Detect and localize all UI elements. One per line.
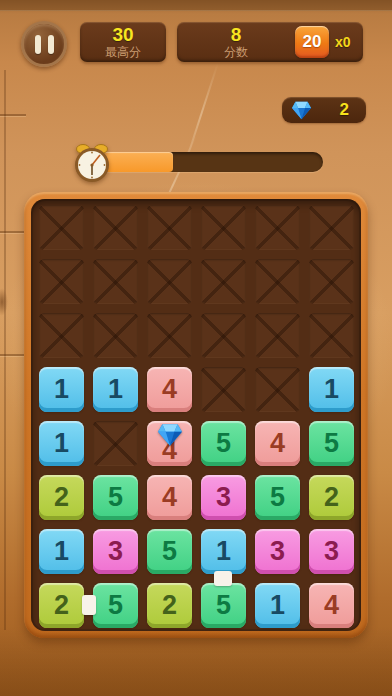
- empty-cell-r2c5: [255, 259, 300, 304]
- tile-number: 5: [162, 536, 177, 567]
- score-multiplier: x0: [335, 34, 351, 50]
- best-score-badge: 30 最高分: [80, 22, 166, 62]
- tile-number: 3: [108, 536, 123, 567]
- tile-5-r8c4[interactable]: 5: [201, 583, 246, 628]
- empty-cell-r1c2: [93, 205, 138, 250]
- empty-cell-r3c4: [201, 313, 246, 358]
- tile-number: 1: [216, 536, 231, 567]
- wood-knot: [0, 288, 8, 316]
- tile-4-r5c3[interactable]: 4: [147, 421, 192, 466]
- wood-plank-seam: [4, 70, 6, 630]
- tile-2-r8c1[interactable]: 2: [39, 583, 84, 628]
- gem-icon: [291, 101, 312, 120]
- tile-1-r7c4[interactable]: 1: [201, 529, 246, 574]
- empty-cell-r2c3: [147, 259, 192, 304]
- tile-connector: [82, 595, 96, 615]
- gem-counter-badge: 2: [282, 97, 366, 123]
- gem-count: 2: [340, 100, 349, 120]
- score-label: 分数: [224, 45, 248, 59]
- tile-5-r5c6[interactable]: 5: [309, 421, 354, 466]
- tile-number: 2: [324, 482, 339, 513]
- score-value: 8: [231, 25, 242, 45]
- tile-5-r5c4[interactable]: 5: [201, 421, 246, 466]
- tile-number: 3: [324, 536, 339, 567]
- empty-cell-r4c4: [201, 367, 246, 412]
- tile-4-r6c3[interactable]: 4: [147, 475, 192, 520]
- board-grid: 114114 545254352135133252514: [39, 205, 354, 628]
- tile-number: 1: [108, 374, 123, 405]
- wood-plank-seam: [0, 231, 26, 233]
- target-score-box: 20: [295, 26, 329, 58]
- tile-number: 5: [324, 428, 339, 459]
- wood-plank-seam: [0, 354, 26, 356]
- empty-cell-r1c3: [147, 205, 192, 250]
- tile-3-r7c2[interactable]: 3: [93, 529, 138, 574]
- pause-icon: [35, 35, 54, 54]
- tile-number: 4: [324, 590, 339, 621]
- tile-1-r5c1[interactable]: 1: [39, 421, 84, 466]
- tile-number: 5: [108, 482, 123, 513]
- empty-cell-r2c4: [201, 259, 246, 304]
- tile-1-r4c6[interactable]: 1: [309, 367, 354, 412]
- tile-2-r8c3[interactable]: 2: [147, 583, 192, 628]
- empty-cell-r3c2: [93, 313, 138, 358]
- tile-number: 2: [54, 482, 69, 513]
- tile-number: 4: [162, 482, 177, 513]
- tile-number: 3: [216, 482, 231, 513]
- tile-5-r8c2[interactable]: 5: [93, 583, 138, 628]
- empty-cell-r3c3: [147, 313, 192, 358]
- wood-plank-seam: [0, 114, 26, 116]
- tile-1-r8c5[interactable]: 1: [255, 583, 300, 628]
- empty-cell-r5c2: [93, 421, 138, 466]
- empty-cell-r4c5: [255, 367, 300, 412]
- tile-number: 1: [54, 374, 69, 405]
- tile-number: 5: [216, 428, 231, 459]
- tile-number: 2: [54, 590, 69, 621]
- tile-1-r4c2[interactable]: 1: [93, 367, 138, 412]
- tile-number: 4: [162, 374, 177, 405]
- tile-number: 5: [108, 590, 123, 621]
- empty-cell-r2c1: [39, 259, 84, 304]
- tile-number: 1: [54, 536, 69, 567]
- board-background: 114114 545254352135133252514: [31, 199, 361, 631]
- tile-1-r7c1[interactable]: 1: [39, 529, 84, 574]
- best-score-value: 30: [112, 25, 133, 45]
- tile-2-r6c1[interactable]: 2: [39, 475, 84, 520]
- tile-3-r7c5[interactable]: 3: [255, 529, 300, 574]
- tile-number: 2: [162, 590, 177, 621]
- empty-cell-r3c1: [39, 313, 84, 358]
- empty-cell-r1c5: [255, 205, 300, 250]
- tile-3-r7c6[interactable]: 3: [309, 529, 354, 574]
- tile-3-r6c4[interactable]: 3: [201, 475, 246, 520]
- tile-number: 1: [54, 428, 69, 459]
- tile-5-r6c2[interactable]: 5: [93, 475, 138, 520]
- tile-number: 5: [270, 482, 285, 513]
- score-group: 8 分数: [177, 25, 295, 59]
- score-badge: 8 分数 20 x0: [177, 22, 363, 62]
- tile-number: 1: [270, 590, 285, 621]
- empty-cell-r1c1: [39, 205, 84, 250]
- tile-number: 5: [216, 590, 231, 621]
- game-board: 114114 545254352135133252514: [24, 192, 368, 638]
- wood-plank-seam: [0, 0, 392, 11]
- empty-cell-r3c6: [309, 313, 354, 358]
- empty-cell-r2c6: [309, 259, 354, 304]
- tile-4-r4c3[interactable]: 4: [147, 367, 192, 412]
- tile-number: 3: [270, 536, 285, 567]
- tile-1-r4c1[interactable]: 1: [39, 367, 84, 412]
- tile-5-r7c3[interactable]: 5: [147, 529, 192, 574]
- alarm-clock-icon: [72, 142, 112, 184]
- tile-number: 4: [270, 428, 285, 459]
- empty-cell-r1c4: [201, 205, 246, 250]
- gem-icon: [157, 423, 183, 447]
- game-screen: 30 最高分 8 分数 20 x0 2: [0, 0, 392, 696]
- tile-connector: [214, 571, 232, 586]
- tile-2-r6c6[interactable]: 2: [309, 475, 354, 520]
- empty-cell-r1c6: [309, 205, 354, 250]
- timer-bar: [95, 152, 323, 172]
- vignette: [0, 626, 392, 696]
- tile-4-r5c5[interactable]: 4: [255, 421, 300, 466]
- empty-cell-r3c5: [255, 313, 300, 358]
- best-score-label: 最高分: [105, 45, 141, 59]
- pause-button[interactable]: [21, 21, 67, 67]
- tile-number: 1: [324, 374, 339, 405]
- tile-4-r8c6[interactable]: 4: [309, 583, 354, 628]
- tile-5-r6c5[interactable]: 5: [255, 475, 300, 520]
- empty-cell-r2c2: [93, 259, 138, 304]
